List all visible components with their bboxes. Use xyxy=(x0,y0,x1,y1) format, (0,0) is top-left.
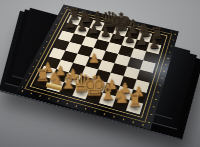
piece-black-pawn-d7[interactable]: ♟ xyxy=(100,25,111,37)
photo-background: ♜♞♝♛♚♝♞♜♟♟♟♟♟♟♟♟♟♟♟♟♟♟♟♟♜♞♝♛♚♝♞♜ xyxy=(0,0,200,147)
pieces-layer: ♜♞♝♛♚♝♞♜♟♟♟♟♟♟♟♟♟♟♟♟♟♟♟♟♜♞♝♛♚♝♞♜ xyxy=(16,4,179,130)
piece-black-pawn-b7[interactable]: ♟ xyxy=(76,20,87,32)
piece-black-pawn-h7[interactable]: ♟ xyxy=(148,37,159,50)
chessboard: ♜♞♝♛♚♝♞♜♟♟♟♟♟♟♟♟♟♟♟♟♟♟♟♟♜♞♝♛♚♝♞♜ xyxy=(16,4,179,130)
piece-black-pawn-a7[interactable]: ♟ xyxy=(65,17,76,29)
piece-white-rook-h1[interactable]: ♜ xyxy=(127,92,143,109)
piece-black-pawn-e7[interactable]: ♟ xyxy=(112,28,123,41)
board-scene: ♜♞♝♛♚♝♞♜♟♟♟♟♟♟♟♟♟♟♟♟♟♟♟♟♜♞♝♛♚♝♞♜ xyxy=(0,0,200,147)
piece-black-pawn-f7[interactable]: ♟ xyxy=(124,31,135,44)
piece-white-pawn-d4[interactable]: ♟ xyxy=(88,51,100,64)
piece-black-pawn-c7[interactable]: ♟ xyxy=(88,22,99,34)
piece-black-pawn-g7[interactable]: ♟ xyxy=(136,34,147,47)
